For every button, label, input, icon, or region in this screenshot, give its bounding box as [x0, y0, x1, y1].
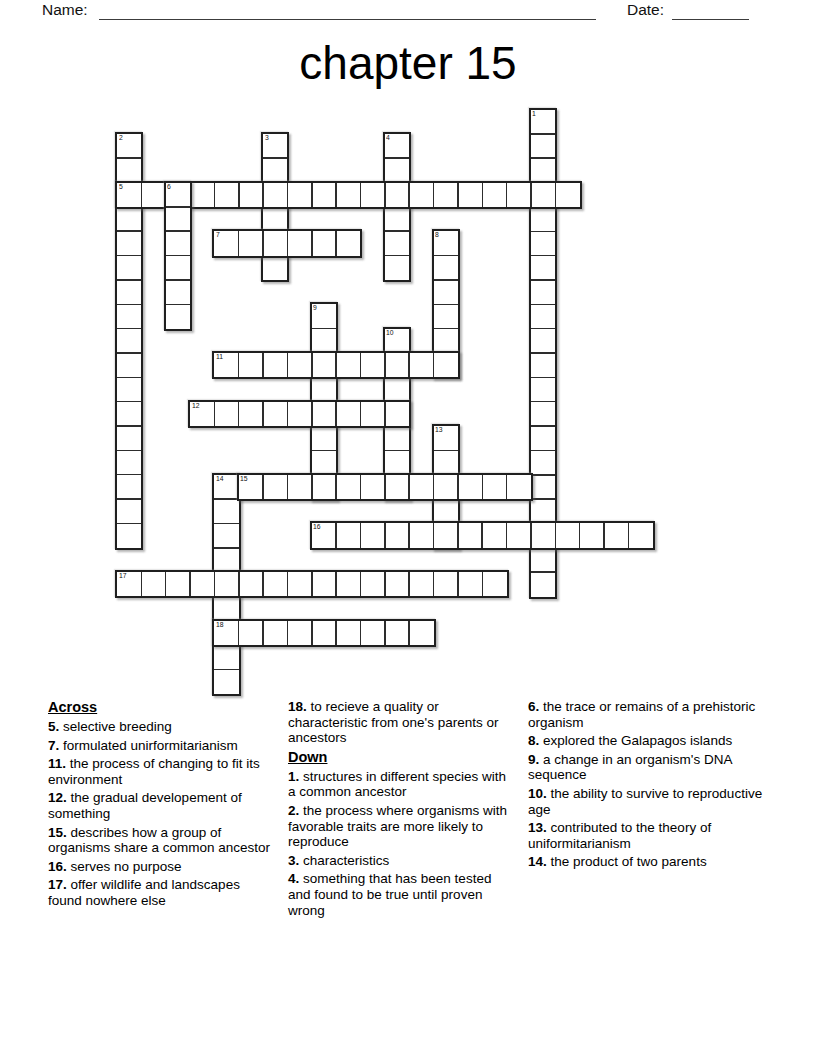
cell-border	[530, 183, 532, 207]
cell-border	[335, 183, 337, 207]
cell-border	[262, 621, 264, 645]
cell-border	[214, 572, 216, 596]
clue-column-middle: 18. to recieve a quality or characterist…	[288, 699, 516, 921]
cell-border	[262, 475, 264, 499]
cell-border	[531, 304, 555, 306]
clue-across-5: 5. selective breeding	[48, 719, 276, 735]
cell-border	[457, 523, 459, 547]
cell-border	[287, 231, 289, 255]
cell-number-9: 9	[313, 305, 317, 312]
across-header: Across	[48, 699, 276, 715]
cell-border	[117, 523, 141, 525]
cell-border	[287, 353, 289, 377]
cell-border	[189, 572, 191, 596]
cell-border	[433, 572, 435, 596]
cell-border	[579, 523, 581, 547]
cell-border	[482, 572, 484, 596]
clue-across-11: 11. the process of changing to fit its e…	[48, 756, 276, 787]
clue-down-10: 10. the ability to survive to reproducti…	[528, 786, 766, 817]
cell-border	[555, 523, 557, 547]
cell-border	[312, 328, 336, 330]
cell-border	[384, 183, 386, 207]
word-15-across	[237, 473, 533, 501]
cell-number-18: 18	[216, 622, 224, 629]
cell-border	[531, 255, 555, 257]
clue-column-right: 6. the trace or remains of a prehistoric…	[528, 699, 766, 873]
cell-border	[385, 157, 409, 159]
cell-border	[214, 183, 216, 207]
cell-border	[335, 353, 337, 377]
cell-border	[433, 353, 435, 377]
cell-border	[117, 255, 141, 257]
cell-border	[408, 523, 410, 547]
cell-border	[457, 475, 459, 499]
word-11-across	[212, 351, 460, 379]
cell-border	[214, 402, 216, 426]
cell-border	[166, 279, 190, 281]
cell-border	[531, 450, 555, 452]
cell-border	[384, 475, 386, 499]
cell-number-10: 10	[386, 330, 394, 337]
cell-border	[117, 230, 141, 232]
cell-border	[360, 621, 362, 645]
down-header: Down	[288, 749, 516, 765]
cell-border	[384, 523, 386, 547]
cell-border	[311, 183, 313, 207]
word-16-across	[310, 521, 655, 549]
cell-border	[360, 353, 362, 377]
cell-border	[434, 450, 458, 452]
cell-border	[287, 572, 289, 596]
cell-border	[531, 328, 555, 330]
cell-number-8: 8	[435, 232, 439, 239]
cell-border	[457, 183, 459, 207]
cell-border	[384, 353, 386, 377]
clue-down-8: 8. explored the Galapagos islands	[528, 733, 766, 749]
cell-border	[434, 304, 458, 306]
clue-down-9: 9. a change in an organism's DNA sequenc…	[528, 752, 766, 783]
cell-border	[335, 523, 337, 547]
cell-border	[506, 475, 508, 499]
cell-number-2: 2	[119, 135, 123, 142]
cell-border	[262, 402, 264, 426]
cell-number-4: 4	[386, 135, 390, 142]
clue-down-6: 6. the trace or remains of a prehistoric…	[528, 699, 766, 730]
clue-across-16: 16. serves no purpose	[48, 859, 276, 875]
cell-border	[482, 183, 484, 207]
cell-border	[311, 402, 313, 426]
clue-down-13: 13. contributed to the theory of uniform…	[528, 820, 766, 851]
cell-border	[628, 523, 630, 547]
cell-border	[166, 304, 190, 306]
cell-border	[408, 475, 410, 499]
cell-border	[262, 572, 264, 596]
crossword-worksheet-page: { "game": "crossword", "title": "chapter…	[0, 0, 816, 1056]
cell-number-16: 16	[313, 524, 321, 531]
cell-border	[262, 353, 264, 377]
cell-border	[385, 255, 409, 257]
cell-border	[335, 402, 337, 426]
cell-border	[166, 255, 190, 257]
cell-border	[360, 572, 362, 596]
cell-border	[433, 475, 435, 499]
cell-border	[117, 352, 141, 354]
cell-border	[555, 183, 557, 207]
cell-border	[287, 183, 289, 207]
cell-border	[385, 230, 409, 232]
cell-border	[238, 621, 240, 645]
cell-border	[360, 402, 362, 426]
word-6-down	[164, 181, 192, 331]
cell-border	[287, 475, 289, 499]
word-18-across	[212, 619, 435, 647]
clue-down-4: 4. something that has been tested and fo…	[288, 871, 516, 918]
cell-border	[141, 183, 143, 207]
cell-number-6: 6	[167, 184, 171, 191]
cell-border	[311, 475, 313, 499]
cell-border	[117, 377, 141, 379]
cell-border	[335, 475, 337, 499]
cell-border	[482, 475, 484, 499]
cell-border	[262, 183, 264, 207]
cell-border	[530, 523, 532, 547]
cell-border	[434, 279, 458, 281]
cell-number-3: 3	[265, 135, 269, 142]
cell-border	[384, 621, 386, 645]
cell-border	[531, 279, 555, 281]
cell-number-7: 7	[216, 232, 220, 239]
word-12-across	[188, 400, 411, 428]
cell-number-14: 14	[216, 476, 224, 483]
cell-border	[433, 183, 435, 207]
cell-border	[531, 133, 555, 135]
cell-border	[287, 402, 289, 426]
cell-border	[214, 547, 238, 549]
word-17-across	[115, 570, 509, 598]
cell-border	[117, 157, 141, 159]
cell-border	[165, 572, 167, 596]
cell-border	[117, 328, 141, 330]
cell-border	[531, 231, 555, 233]
cell-border	[117, 304, 141, 306]
cell-border	[238, 572, 240, 596]
cell-border	[531, 401, 555, 403]
cell-border	[360, 475, 362, 499]
cell-border	[408, 183, 410, 207]
clue-down-3: 3. characteristics	[288, 853, 516, 869]
cell-border	[433, 523, 435, 547]
clue-down-14: 14. the product of two parents	[528, 854, 766, 870]
cell-border	[263, 157, 287, 159]
cell-border	[238, 402, 240, 426]
cell-border	[531, 425, 555, 427]
cell-border	[312, 450, 336, 452]
cell-border	[311, 621, 313, 645]
cell-border	[214, 498, 238, 500]
cell-border	[117, 425, 141, 427]
clue-across-17: 17. offer wildlife and landscapes found …	[48, 877, 276, 908]
cell-border	[335, 621, 337, 645]
cell-border	[603, 523, 605, 547]
cell-border	[311, 572, 313, 596]
cell-border	[457, 572, 459, 596]
cell-border	[214, 669, 238, 671]
cell-border	[117, 498, 141, 500]
cell-border	[531, 474, 555, 476]
cell-border	[506, 183, 508, 207]
cell-border	[384, 572, 386, 596]
cell-border	[408, 621, 410, 645]
cell-border	[531, 352, 555, 354]
cell-border	[360, 183, 362, 207]
cell-border	[238, 231, 240, 255]
cell-number-15: 15	[240, 476, 248, 483]
cell-border	[287, 621, 289, 645]
cell-border	[166, 230, 190, 232]
clue-across-15: 15. describes how a group of organisms s…	[48, 825, 276, 856]
clue-across-12: 12. the gradual developement of somethin…	[48, 790, 276, 821]
clue-across-7: 7. formulated unirformitarianism	[48, 738, 276, 754]
cell-border	[262, 231, 264, 255]
cell-border	[434, 328, 458, 330]
clue-column-left: Across 5. selective breeding7. formulate…	[48, 699, 276, 912]
cell-border	[117, 474, 141, 476]
cell-border	[335, 231, 337, 255]
cell-border	[214, 523, 238, 525]
cell-border	[117, 450, 141, 452]
clue-down-2: 2. the process where organisms with favo…	[288, 803, 516, 850]
cell-border	[238, 183, 240, 207]
cell-border	[385, 450, 409, 452]
cell-border	[434, 255, 458, 257]
cell-border	[166, 206, 190, 208]
cell-border	[481, 523, 483, 547]
cell-number-17: 17	[119, 573, 127, 580]
cell-number-1: 1	[532, 111, 536, 118]
cell-number-11: 11	[216, 354, 223, 361]
cell-border	[117, 279, 141, 281]
cell-border	[506, 523, 508, 547]
cell-border	[141, 572, 143, 596]
cell-border	[408, 572, 410, 596]
cell-border	[531, 571, 555, 573]
cell-border	[531, 377, 555, 379]
cell-number-13: 13	[435, 427, 443, 434]
cell-border	[117, 401, 141, 403]
cell-border	[311, 353, 313, 377]
cell-border	[238, 353, 240, 377]
cell-number-5: 5	[119, 184, 123, 191]
clue-across-18: 18. to recieve a quality or characterist…	[288, 699, 516, 746]
clue-down-1: 1. structures in different species with …	[288, 769, 516, 800]
cell-border	[531, 157, 555, 159]
cell-border	[335, 572, 337, 596]
cell-border	[384, 402, 386, 426]
cell-border	[531, 498, 555, 500]
cell-border	[360, 523, 362, 547]
cell-border	[408, 353, 410, 377]
cell-number-12: 12	[192, 403, 200, 410]
cell-border	[311, 231, 313, 255]
word-7-across	[212, 229, 362, 257]
